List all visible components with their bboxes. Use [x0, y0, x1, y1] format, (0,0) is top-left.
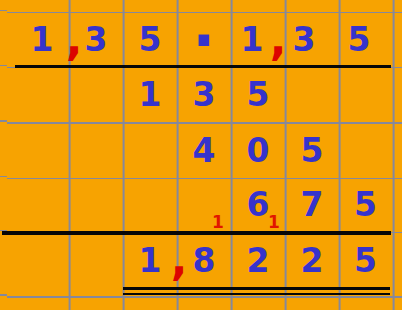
partial3-digit-3: 5 — [339, 178, 392, 231]
result-digit-3: 2 — [231, 232, 285, 288]
factor2-digit-2: 3 — [277, 12, 331, 67]
grid-line — [0, 10, 7, 12]
paper-edge-strip — [0, 0, 7, 310]
rule-result-double-line-bottom — [123, 293, 390, 295]
grid-line — [0, 65, 7, 67]
carry-digit-1: 1 — [209, 178, 227, 232]
partial3-digit-2: 7 — [285, 178, 339, 231]
partial2-digit-1: 4 — [177, 122, 231, 178]
partial2-digit-2: 0 — [231, 122, 285, 178]
multiplication-dot: · — [177, 12, 231, 67]
factor1-digit-1: 1 — [15, 12, 69, 67]
result-digit-4: 2 — [285, 232, 339, 288]
grid-line — [0, 120, 7, 122]
partial1-digit-2: 3 — [177, 67, 231, 122]
grid-line — [0, 176, 7, 178]
partial2-digit-3: 5 — [285, 122, 339, 178]
carry-digit-2: 1 — [265, 178, 283, 232]
result-digit-5: 5 — [339, 232, 392, 288]
result-digit-2: 8 — [177, 232, 231, 288]
partial1-digit-3: 5 — [231, 67, 285, 122]
factor2-digit-3: 5 — [332, 12, 386, 67]
multiplication-worksheet-board: 1 , 3 5 · 1 , 3 5 1 3 5 4 0 5 6 7 5 1 1 … — [0, 0, 402, 310]
grid-line — [0, 294, 7, 296]
partial1-digit-1: 1 — [123, 67, 177, 122]
factor1-digit-3: 5 — [123, 12, 177, 67]
factor1-digit-2: 3 — [69, 12, 123, 67]
grid-line — [0, 296, 402, 298]
